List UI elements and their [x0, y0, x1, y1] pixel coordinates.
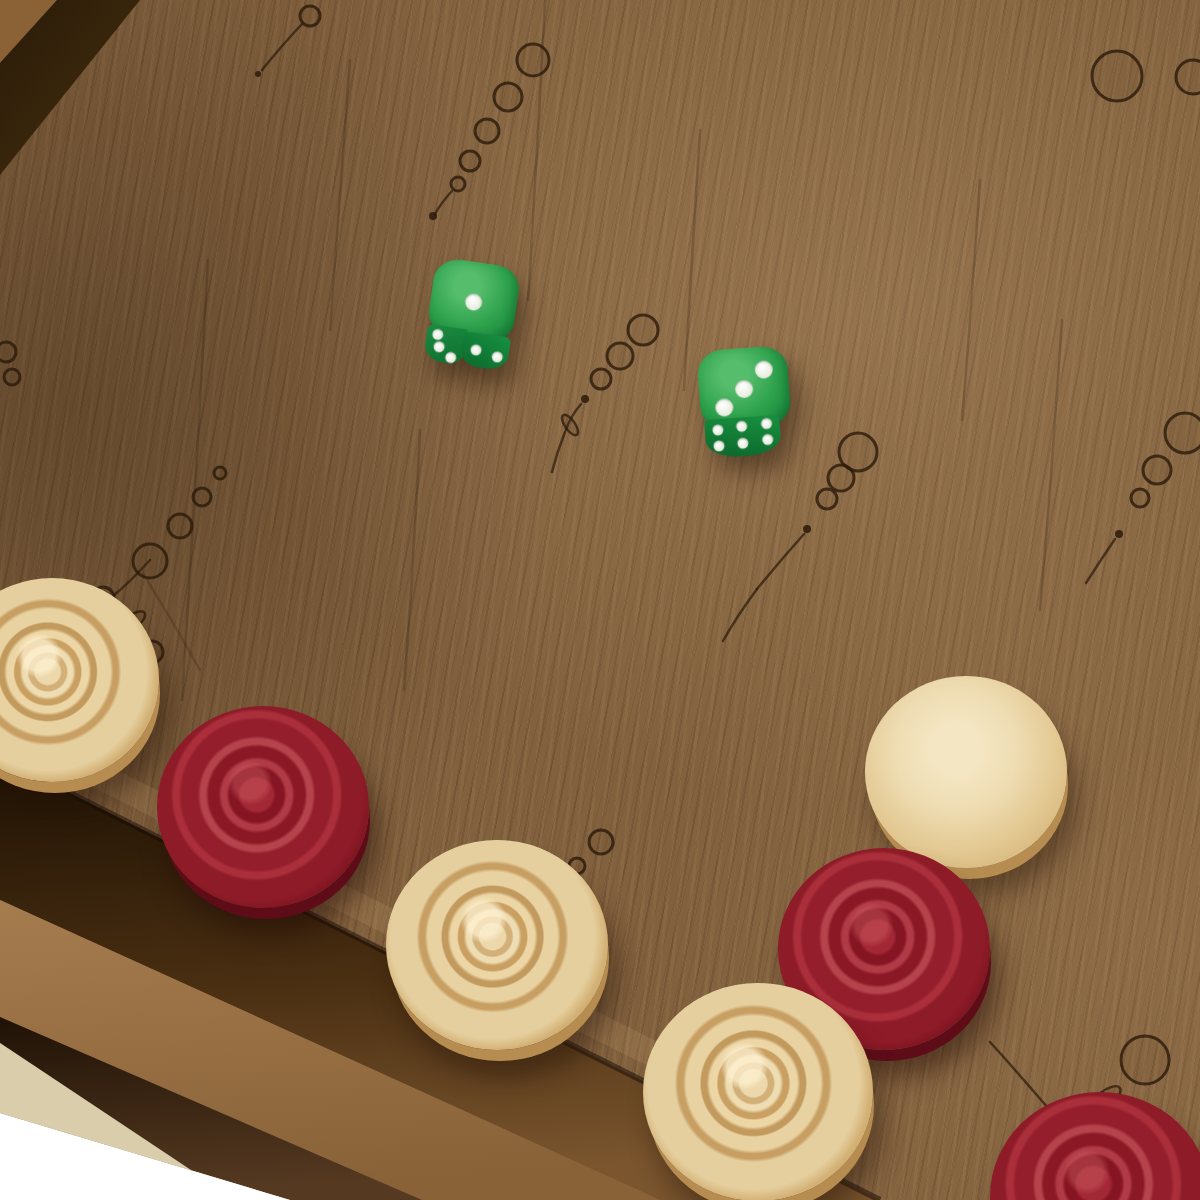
- die-pip: [737, 437, 749, 449]
- die-pip: [736, 421, 748, 433]
- checker-red-1[interactable]: [157, 706, 369, 907]
- die-pip: [715, 398, 734, 417]
- checker-light-2[interactable]: [865, 676, 1067, 868]
- die-pip: [754, 360, 773, 379]
- die-pip: [712, 424, 724, 436]
- die-pip: [470, 344, 482, 356]
- die-pip: [433, 341, 445, 353]
- die-pip: [445, 351, 457, 363]
- die-2[interactable]: [696, 345, 793, 459]
- die-2-side-front: [704, 415, 782, 459]
- die-pip: [734, 379, 753, 398]
- checker-light-3[interactable]: [386, 840, 608, 1051]
- backgammon-board-photo: [0, 0, 1200, 1200]
- die-pip: [491, 351, 503, 363]
- board-surface: [0, 0, 1200, 1200]
- checker-light-4[interactable]: [643, 983, 873, 1200]
- die-pip: [761, 418, 773, 430]
- die-pip: [464, 293, 483, 312]
- die-pip: [762, 434, 774, 446]
- die-1[interactable]: [422, 257, 522, 372]
- die-pip: [432, 328, 444, 340]
- die-1-side-right: [460, 331, 512, 372]
- die-1-side-left: [423, 324, 468, 366]
- die-pip: [713, 440, 725, 452]
